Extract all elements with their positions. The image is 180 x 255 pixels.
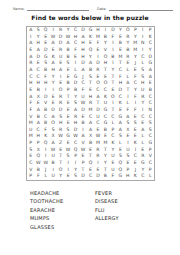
grid-cell[interactable]: A	[94, 94, 101, 101]
grid-cell[interactable]: Y	[102, 40, 109, 47]
grid-cell[interactable]: S	[57, 113, 64, 120]
grid-cell[interactable]: G	[117, 113, 124, 120]
grid-cell[interactable]: U	[109, 153, 116, 160]
grid-cell[interactable]: F	[42, 127, 49, 134]
grid-cell[interactable]: N	[147, 107, 154, 114]
grid-cell[interactable]: U	[124, 147, 131, 154]
grid-cell[interactable]: A	[57, 67, 64, 74]
grid-cell[interactable]: E	[49, 47, 56, 54]
grid-cell[interactable]: F	[79, 87, 86, 94]
grid-cell[interactable]: Y	[117, 27, 124, 34]
grid-cell[interactable]: O	[57, 167, 64, 174]
grid-cell[interactable]: C	[132, 80, 139, 87]
grid-cell[interactable]: E	[87, 40, 94, 47]
grid-cell[interactable]: E	[139, 147, 146, 154]
grid-cell[interactable]: T	[124, 87, 131, 94]
grid-cell[interactable]: O	[102, 80, 109, 87]
grid-cell[interactable]: A	[79, 34, 86, 41]
grid-cell[interactable]: C	[117, 67, 124, 74]
grid-cell[interactable]: T	[109, 107, 116, 114]
grid-cell[interactable]: F	[132, 74, 139, 81]
grid-cell[interactable]: P	[109, 127, 116, 134]
grid-cell[interactable]: I	[49, 27, 56, 34]
grid-cell[interactable]: C	[34, 67, 41, 74]
grid-cell[interactable]: R	[124, 54, 131, 61]
grid-cell[interactable]: B	[42, 120, 49, 127]
grid-cell[interactable]: K	[49, 54, 56, 61]
grid-cell[interactable]: S	[132, 120, 139, 127]
grid-cell[interactable]: O	[94, 80, 101, 87]
grid-cell[interactable]: H	[94, 27, 101, 34]
grid-cell[interactable]: I	[49, 167, 56, 174]
grid-cell[interactable]: A	[124, 113, 131, 120]
grid-cell[interactable]: S	[49, 127, 56, 134]
grid-cell[interactable]: Q	[117, 160, 124, 167]
grid-cell[interactable]: I	[102, 27, 109, 34]
grid-cell[interactable]: M	[94, 140, 101, 147]
grid-cell[interactable]: C	[139, 173, 146, 180]
grid-cell[interactable]: E	[64, 67, 71, 74]
grid-cell[interactable]: F	[132, 94, 139, 101]
grid-cell[interactable]: E	[132, 160, 139, 167]
grid-cell[interactable]: C	[147, 94, 154, 101]
grid-cell[interactable]: O	[49, 120, 56, 127]
grid-cell[interactable]: I	[109, 100, 116, 107]
grid-cell[interactable]: F	[117, 74, 124, 81]
grid-cell[interactable]: E	[94, 47, 101, 54]
grid-cell[interactable]: H	[79, 40, 86, 47]
grid-cell[interactable]: I	[57, 74, 64, 81]
grid-cell[interactable]: I	[42, 87, 49, 94]
grid-cell[interactable]: C	[27, 160, 34, 167]
grid-cell[interactable]: R	[57, 100, 64, 107]
grid-cell[interactable]: B	[87, 140, 94, 147]
grid-cell[interactable]: M	[132, 40, 139, 47]
grid-cell[interactable]: E	[64, 120, 71, 127]
grid-cell[interactable]: G	[64, 133, 71, 140]
grid-cell[interactable]: H	[117, 80, 124, 87]
grid-cell[interactable]: E	[132, 127, 139, 134]
grid-cell[interactable]: L	[139, 60, 146, 67]
grid-cell[interactable]: C	[87, 173, 94, 180]
grid-cell[interactable]: P	[124, 167, 131, 174]
grid-cell[interactable]: D	[49, 107, 56, 114]
grid-cell[interactable]: C	[27, 74, 34, 81]
grid-cell[interactable]: C	[72, 140, 79, 147]
grid-cell[interactable]: Y	[139, 100, 146, 107]
grid-cell[interactable]: T	[109, 74, 116, 81]
grid-cell[interactable]: I	[132, 147, 139, 154]
grid-cell[interactable]: P	[147, 147, 154, 154]
grid-cell[interactable]: I	[64, 167, 71, 174]
grid-cell[interactable]: W	[49, 34, 56, 41]
grid-cell[interactable]: E	[79, 113, 86, 120]
grid-cell[interactable]: D	[94, 60, 101, 67]
grid-cell[interactable]: P	[27, 140, 34, 147]
grid-cell[interactable]: M	[87, 107, 94, 114]
grid-cell[interactable]: E	[94, 167, 101, 174]
grid-cell[interactable]: H	[87, 94, 94, 101]
grid-cell[interactable]: U	[27, 127, 34, 134]
grid-cell[interactable]: C	[147, 160, 154, 167]
grid-cell[interactable]: A	[49, 140, 56, 147]
grid-cell[interactable]: H	[79, 54, 86, 61]
grid-cell[interactable]: A	[27, 40, 34, 47]
grid-cell[interactable]: I	[49, 87, 56, 94]
grid-cell[interactable]: K	[132, 140, 139, 147]
grid-cell[interactable]: E	[27, 87, 34, 94]
grid-cell[interactable]: D	[72, 127, 79, 134]
grid-cell[interactable]: S	[87, 74, 94, 81]
grid-cell[interactable]: L	[72, 67, 79, 74]
grid-cell[interactable]: V	[42, 100, 49, 107]
grid-cell[interactable]: A	[49, 113, 56, 120]
grid-cell[interactable]: L	[147, 173, 154, 180]
grid-cell[interactable]: P	[34, 140, 41, 147]
grid-cell[interactable]: D	[79, 60, 86, 67]
grid-cell[interactable]: R	[87, 100, 94, 107]
grid-cell[interactable]: F	[42, 74, 49, 81]
grid-cell[interactable]: L	[109, 120, 116, 127]
grid-cell[interactable]: I	[27, 34, 34, 41]
grid-cell[interactable]: A	[87, 120, 94, 127]
grid-cell[interactable]: U	[49, 173, 56, 180]
grid-cell[interactable]: I	[64, 160, 71, 167]
grid-cell[interactable]: W	[79, 100, 86, 107]
grid-cell[interactable]: D	[94, 107, 101, 114]
grid-cell[interactable]: X	[124, 127, 131, 134]
grid-cell[interactable]: H	[72, 34, 79, 41]
grid-cell[interactable]: C	[147, 40, 154, 47]
grid-cell[interactable]: E	[124, 160, 131, 167]
grid-cell[interactable]: R	[139, 153, 146, 160]
grid-cell[interactable]: W	[49, 147, 56, 154]
grid-cell[interactable]: R	[94, 67, 101, 74]
grid-cell[interactable]: F	[27, 107, 34, 114]
grid-cell[interactable]: H	[79, 47, 86, 54]
grid-cell[interactable]: Q	[87, 160, 94, 167]
grid-cell[interactable]: C	[87, 113, 94, 120]
grid-cell[interactable]: X	[87, 133, 94, 140]
grid-cell[interactable]: C	[34, 74, 41, 81]
grid-cell[interactable]: C	[79, 80, 86, 87]
grid-cell[interactable]: G	[139, 160, 146, 167]
grid-cell[interactable]: V	[27, 167, 34, 174]
grid-cell[interactable]: E	[64, 113, 71, 120]
grid-cell[interactable]: Y	[109, 67, 116, 74]
grid-cell[interactable]: P	[79, 160, 86, 167]
grid-cell[interactable]: E	[49, 100, 56, 107]
grid-cell[interactable]: V	[79, 140, 86, 147]
grid-cell[interactable]: W	[72, 133, 79, 140]
grid-cell[interactable]: E	[124, 60, 131, 67]
grid-cell[interactable]: E	[64, 100, 71, 107]
grid-cell[interactable]: E	[132, 133, 139, 140]
grid-cell[interactable]: E	[42, 34, 49, 41]
grid-cell[interactable]: Y	[102, 160, 109, 167]
grid-cell[interactable]: F	[132, 107, 139, 114]
grid-cell[interactable]: S	[147, 120, 154, 127]
grid-cell[interactable]: S	[139, 67, 146, 74]
grid-cell[interactable]: W	[57, 133, 64, 140]
grid-cell[interactable]: E	[79, 153, 86, 160]
grid-cell[interactable]: Q	[42, 140, 49, 147]
grid-cell[interactable]: B	[72, 87, 79, 94]
grid-cell[interactable]: G	[87, 27, 94, 34]
grid-cell[interactable]: I	[139, 47, 146, 54]
grid-cell[interactable]: S	[124, 120, 131, 127]
grid-cell[interactable]: I	[42, 147, 49, 154]
grid-cell[interactable]: H	[72, 120, 79, 127]
grid-cell[interactable]: A	[87, 60, 94, 67]
grid-cell[interactable]: A	[87, 127, 94, 134]
grid-cell[interactable]: Y	[139, 167, 146, 174]
grid-cell[interactable]: A	[64, 40, 71, 47]
grid-cell[interactable]: K	[147, 34, 154, 41]
grid-cell[interactable]: A	[34, 107, 41, 114]
grid-cell[interactable]: A	[117, 127, 124, 134]
grid-cell[interactable]: S	[64, 127, 71, 134]
grid-cell[interactable]: A	[27, 27, 34, 34]
grid-cell[interactable]: T	[109, 80, 116, 87]
grid-cell[interactable]: F	[34, 173, 41, 180]
grid-cell[interactable]: I	[94, 160, 101, 167]
grid-cell[interactable]: B	[42, 67, 49, 74]
grid-cell[interactable]: S	[34, 27, 41, 34]
grid-cell[interactable]: S	[117, 133, 124, 140]
grid-cell[interactable]: J	[42, 167, 49, 174]
grid-cell[interactable]: T	[102, 167, 109, 174]
grid-cell[interactable]: C	[109, 113, 116, 120]
grid-cell[interactable]: Y	[132, 54, 139, 61]
grid-cell[interactable]: T	[87, 80, 94, 87]
grid-cell[interactable]: U	[94, 113, 101, 120]
grid-cell[interactable]: E	[64, 173, 71, 180]
grid-cell[interactable]: L	[42, 173, 49, 180]
grid-cell[interactable]: G	[147, 60, 154, 67]
grid-cell[interactable]: I	[139, 107, 146, 114]
grid-cell[interactable]: E	[57, 80, 64, 87]
grid-cell[interactable]: E	[102, 133, 109, 140]
grid-cell[interactable]: D	[79, 173, 86, 180]
grid-cell[interactable]: F	[72, 47, 79, 54]
grid-cell[interactable]: F	[109, 34, 116, 41]
grid-cell[interactable]: A	[49, 60, 56, 67]
grid-cell[interactable]: E	[64, 107, 71, 114]
grid-cell[interactable]: P	[27, 173, 34, 180]
grid-cell[interactable]: Y	[132, 34, 139, 41]
grid-cell[interactable]: K	[87, 34, 94, 41]
grid-cell[interactable]: E	[94, 127, 101, 134]
grid-cell[interactable]: V	[27, 113, 34, 120]
grid-cell[interactable]: L	[117, 140, 124, 147]
grid-cell[interactable]: E	[102, 74, 109, 81]
grid-cell[interactable]: T	[57, 160, 64, 167]
grid-cell[interactable]: Q	[42, 27, 49, 34]
grid-cell[interactable]: H	[27, 80, 34, 87]
grid-cell[interactable]: F	[124, 107, 131, 114]
grid-cell[interactable]: Q	[87, 47, 94, 54]
grid-cell[interactable]: D	[117, 87, 124, 94]
grid-cell[interactable]: S	[27, 147, 34, 154]
grid-cell[interactable]: B	[64, 47, 71, 54]
grid-cell[interactable]: Y	[72, 94, 79, 101]
grid-cell[interactable]: Y	[124, 40, 131, 47]
grid-cell[interactable]: K	[109, 140, 116, 147]
grid-cell[interactable]: U	[102, 100, 109, 107]
grid-cell[interactable]: D	[42, 47, 49, 54]
grid-cell[interactable]: C	[94, 120, 101, 127]
grid-cell[interactable]: D	[42, 94, 49, 101]
grid-cell[interactable]: G	[117, 173, 124, 180]
grid-cell[interactable]: Q	[34, 153, 41, 160]
grid-cell[interactable]: I	[109, 60, 116, 67]
grid-cell[interactable]: E	[27, 47, 34, 54]
grid-cell[interactable]: R	[57, 94, 64, 101]
grid-cell[interactable]: H	[139, 80, 146, 87]
grid-cell[interactable]: S	[124, 153, 131, 160]
grid-cell[interactable]: S	[64, 153, 71, 160]
grid-cell[interactable]: U	[49, 153, 56, 160]
grid-cell[interactable]: B	[64, 80, 71, 87]
grid-cell[interactable]: B	[34, 87, 41, 94]
grid-cell[interactable]: S	[117, 153, 124, 160]
grid-cell[interactable]: E	[27, 153, 34, 160]
grid-cell[interactable]: E	[132, 113, 139, 120]
grid-cell[interactable]: D	[79, 107, 86, 114]
grid-cell[interactable]: D	[72, 80, 79, 87]
grid-cell[interactable]: S	[72, 100, 79, 107]
grid-cell[interactable]: X	[34, 147, 41, 154]
grid-cell[interactable]: Y	[147, 47, 154, 54]
grid-cell[interactable]: B	[102, 127, 109, 134]
grid-cell[interactable]: B	[117, 40, 124, 47]
grid-cell[interactable]: U	[139, 87, 146, 94]
grid-cell[interactable]: C	[42, 113, 49, 120]
grid-cell[interactable]: H	[42, 80, 49, 87]
grid-cell[interactable]: E	[109, 87, 116, 94]
grid-cell[interactable]: C	[132, 153, 139, 160]
grid-cell[interactable]: T	[87, 153, 94, 160]
grid-cell[interactable]: A	[27, 54, 34, 61]
grid-cell[interactable]: C	[117, 94, 124, 101]
grid-cell[interactable]: M	[132, 47, 139, 54]
grid-cell[interactable]: A	[27, 67, 34, 74]
grid-cell[interactable]: J	[132, 60, 139, 67]
grid-cell[interactable]: G	[102, 120, 109, 127]
grid-cell[interactable]: E	[57, 147, 64, 154]
grid-cell[interactable]: S	[139, 74, 146, 81]
grid-cell[interactable]: E	[117, 147, 124, 154]
grid-cell[interactable]: U	[57, 54, 64, 61]
grid-cell[interactable]: C	[102, 113, 109, 120]
grid-cell[interactable]: J	[79, 74, 86, 81]
grid-cell[interactable]: R	[27, 60, 34, 67]
grid-cell[interactable]: E	[147, 80, 154, 87]
grid-cell[interactable]: E	[57, 60, 64, 67]
grid-cell[interactable]: H	[34, 40, 41, 47]
grid-cell[interactable]: Y	[49, 74, 56, 81]
grid-cell[interactable]: G	[42, 54, 49, 61]
grid-cell[interactable]: D	[57, 40, 64, 47]
grid-cell[interactable]: A	[34, 120, 41, 127]
grid-cell[interactable]: Q	[72, 147, 79, 154]
grid-cell[interactable]: Y	[102, 153, 109, 160]
grid-cell[interactable]: S	[72, 173, 79, 180]
grid-cell[interactable]: Y	[87, 54, 94, 61]
grid-cell[interactable]: M	[27, 120, 34, 127]
grid-cell[interactable]: V	[102, 47, 109, 54]
grid-cell[interactable]: E	[49, 94, 56, 101]
grid-cell[interactable]: H	[102, 60, 109, 67]
grid-cell[interactable]: G	[147, 140, 154, 147]
grid-cell[interactable]: L	[124, 74, 131, 81]
grid-cell[interactable]: R	[72, 113, 79, 120]
grid-cell[interactable]: U	[79, 94, 86, 101]
grid-cell[interactable]: Y	[57, 173, 64, 180]
grid-cell[interactable]: O	[109, 94, 116, 101]
grid-cell[interactable]: D	[34, 54, 41, 61]
grid-cell[interactable]: I	[109, 47, 116, 54]
grid-cell[interactable]: P	[132, 27, 139, 34]
grid-cell[interactable]: X	[49, 133, 56, 140]
grid-cell[interactable]: C	[72, 40, 79, 47]
grid-cell[interactable]: U	[109, 167, 116, 174]
grid-cell[interactable]: A	[49, 40, 56, 47]
grid-cell[interactable]: R	[94, 147, 101, 154]
grid-cell[interactable]: I	[109, 40, 116, 47]
grid-cell[interactable]: T	[94, 100, 101, 107]
grid-cell[interactable]: C	[139, 54, 146, 61]
grid-cell[interactable]: C	[147, 113, 154, 120]
grid-cell[interactable]: T	[64, 94, 71, 101]
grid-cell[interactable]: R	[124, 34, 131, 41]
grid-cell[interactable]: Y	[64, 27, 71, 34]
grid-cell[interactable]: D	[94, 173, 101, 180]
grid-cell[interactable]: K	[42, 133, 49, 140]
grid-cell[interactable]: F	[94, 40, 101, 47]
grid-cell[interactable]: O	[57, 87, 64, 94]
grid-cell[interactable]: C	[147, 133, 154, 140]
grid-cell[interactable]: Y	[34, 34, 41, 41]
grid-cell[interactable]: E	[64, 74, 71, 81]
grid-cell[interactable]: B	[124, 47, 131, 54]
grid-cell[interactable]: S	[42, 60, 49, 67]
grid-cell[interactable]: A	[72, 107, 79, 114]
grid-cell[interactable]: W	[64, 34, 71, 41]
grid-cell[interactable]: K	[117, 100, 124, 107]
grid-cell[interactable]: B	[102, 173, 109, 180]
grid-cell[interactable]: W	[34, 160, 41, 167]
grid-cell[interactable]: R	[139, 94, 146, 101]
grid-cell[interactable]: A	[79, 67, 86, 74]
grid-cell[interactable]: L	[124, 67, 131, 74]
grid-cell[interactable]: C	[72, 27, 79, 34]
grid-cell[interactable]: D	[109, 27, 116, 34]
grid-cell[interactable]: C	[139, 113, 146, 120]
grid-cell[interactable]: I	[72, 60, 79, 67]
grid-cell[interactable]: B	[34, 167, 41, 174]
grid-cell[interactable]: R	[94, 153, 101, 160]
grid-cell[interactable]: P	[147, 167, 154, 174]
grid-cell[interactable]: M	[102, 140, 109, 147]
grid-cell[interactable]: B	[49, 160, 56, 167]
grid-cell[interactable]: V	[147, 153, 154, 160]
grid-cell[interactable]: I	[42, 153, 49, 160]
grid-cell[interactable]: S	[147, 127, 154, 134]
grid-cell[interactable]: F	[109, 173, 116, 180]
grid-cell[interactable]: I	[94, 54, 101, 61]
